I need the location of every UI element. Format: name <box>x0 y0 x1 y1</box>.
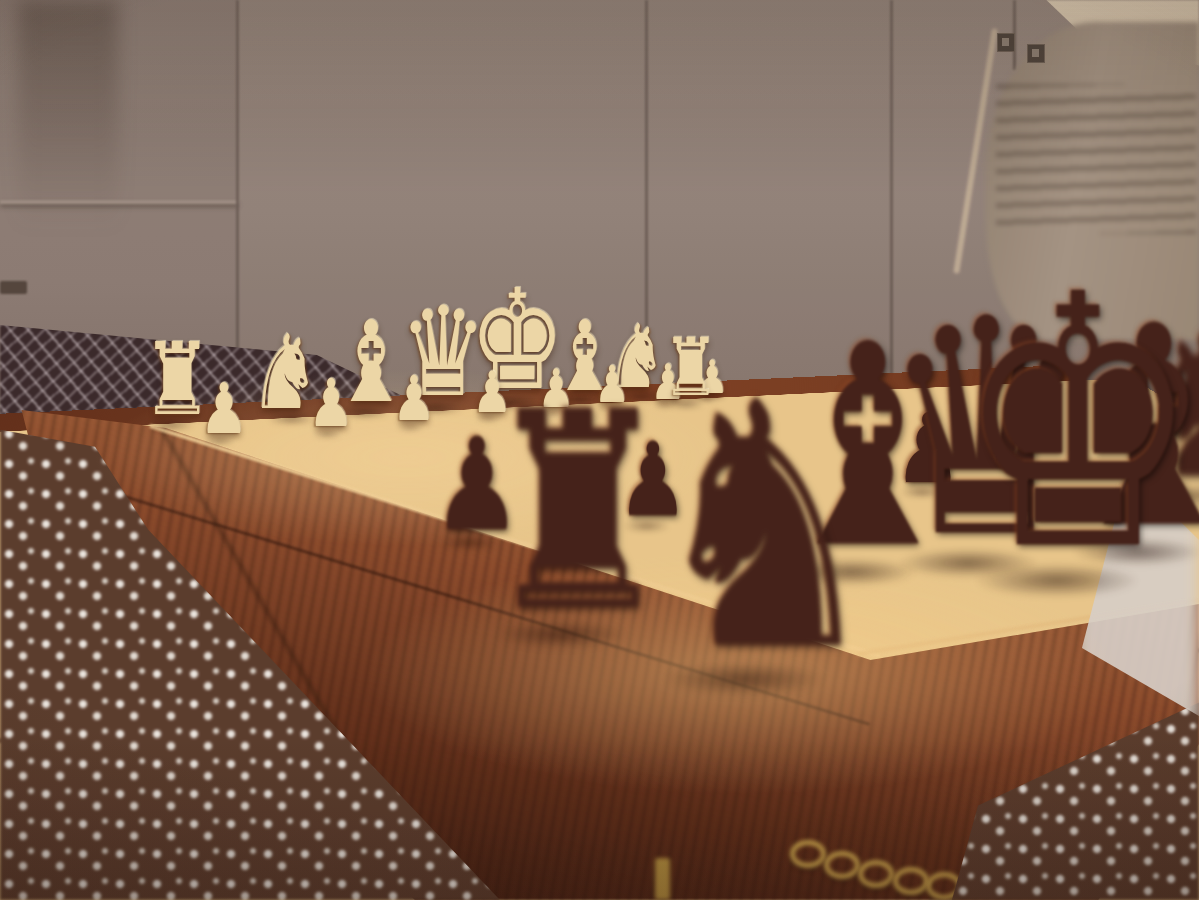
piece-black-knight: ♞ <box>647 358 883 696</box>
chessboard-photo-scene: ♜♟♞♟♝♟♛♟♚♟♝♟♞♟♜♟♟♟♟♝♛♚♝♞♜♞ <box>0 0 1199 900</box>
pieces-layer: ♜♟♞♟♝♟♛♟♚♟♝♟♞♟♜♟♟♟♟♝♛♚♝♞♜♞ <box>0 0 1199 900</box>
piece-black-king: ♚ <box>956 250 1199 598</box>
piece-black-rook: ♜ <box>483 376 673 648</box>
piece-white-pawn: ♟ <box>392 368 435 430</box>
piece-white-pawn: ♟ <box>308 371 354 437</box>
piece-white-pawn: ♟ <box>200 374 249 444</box>
